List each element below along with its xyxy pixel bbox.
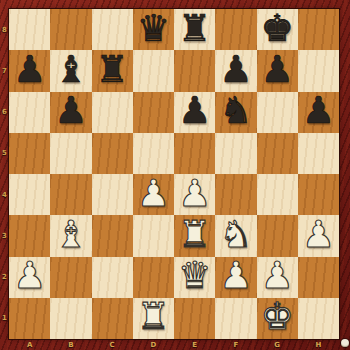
square-h7[interactable]: [298, 50, 339, 91]
square-f2[interactable]: ♟: [215, 257, 256, 298]
file-label-d: D: [133, 339, 174, 350]
piece-white-pawn[interactable]: ♟: [219, 257, 252, 294]
piece-black-pawn[interactable]: ♟: [302, 92, 335, 129]
square-d2[interactable]: [133, 257, 174, 298]
square-d7[interactable]: [133, 50, 174, 91]
square-a4[interactable]: [9, 174, 50, 215]
board-frame: 87654321 ♛♜♚♟♝♜♟♟♟♟♞♟♟♟♝♜♞♟♟♛♟♟♜♚ ABCDEF…: [0, 0, 350, 350]
rank-label-3: 3: [0, 215, 9, 256]
piece-white-knight[interactable]: ♞: [219, 216, 252, 253]
piece-white-bishop[interactable]: ♝: [54, 216, 87, 253]
square-b4[interactable]: [50, 174, 91, 215]
piece-white-rook[interactable]: ♜: [137, 298, 170, 335]
rank-label-8: 8: [0, 9, 9, 50]
square-a7[interactable]: ♟: [9, 50, 50, 91]
chess-board[interactable]: ♛♜♚♟♝♜♟♟♟♟♞♟♟♟♝♜♞♟♟♛♟♟♜♚: [9, 9, 339, 339]
rank-label-7: 7: [0, 50, 9, 91]
square-g4[interactable]: [257, 174, 298, 215]
file-label-b: B: [50, 339, 91, 350]
square-f5[interactable]: [215, 133, 256, 174]
square-a3[interactable]: [9, 215, 50, 256]
square-g2[interactable]: ♟: [257, 257, 298, 298]
square-f3[interactable]: ♞: [215, 215, 256, 256]
piece-black-rook[interactable]: ♜: [178, 10, 211, 47]
square-e1[interactable]: [174, 298, 215, 339]
file-label-c: C: [92, 339, 133, 350]
piece-black-pawn[interactable]: ♟: [219, 51, 252, 88]
square-f1[interactable]: [215, 298, 256, 339]
square-b5[interactable]: [50, 133, 91, 174]
square-c1[interactable]: [92, 298, 133, 339]
square-f7[interactable]: ♟: [215, 50, 256, 91]
square-f4[interactable]: [215, 174, 256, 215]
piece-black-king[interactable]: ♚: [261, 10, 294, 47]
square-c4[interactable]: [92, 174, 133, 215]
square-a8[interactable]: [9, 9, 50, 50]
square-e3[interactable]: ♜: [174, 215, 215, 256]
file-label-h: H: [298, 339, 339, 350]
square-h3[interactable]: ♟: [298, 215, 339, 256]
square-g8[interactable]: ♚: [257, 9, 298, 50]
square-e5[interactable]: [174, 133, 215, 174]
rank-label-6: 6: [0, 92, 9, 133]
square-c8[interactable]: [92, 9, 133, 50]
rank-label-4: 4: [0, 174, 9, 215]
piece-white-pawn[interactable]: ♟: [13, 257, 46, 294]
piece-white-pawn[interactable]: ♟: [137, 175, 170, 212]
square-h8[interactable]: [298, 9, 339, 50]
square-g5[interactable]: [257, 133, 298, 174]
square-d8[interactable]: ♛: [133, 9, 174, 50]
square-e7[interactable]: [174, 50, 215, 91]
square-b7[interactable]: ♝: [50, 50, 91, 91]
rank-label-2: 2: [0, 257, 9, 298]
square-f6[interactable]: ♞: [215, 92, 256, 133]
square-a6[interactable]: [9, 92, 50, 133]
square-e4[interactable]: ♟: [174, 174, 215, 215]
square-g7[interactable]: ♟: [257, 50, 298, 91]
piece-black-pawn[interactable]: ♟: [178, 92, 211, 129]
side-to-move-indicator: [341, 339, 349, 347]
square-g3[interactable]: [257, 215, 298, 256]
file-label-e: E: [174, 339, 215, 350]
square-c2[interactable]: [92, 257, 133, 298]
piece-white-queen[interactable]: ♛: [178, 257, 211, 294]
square-h6[interactable]: ♟: [298, 92, 339, 133]
square-c3[interactable]: [92, 215, 133, 256]
square-e8[interactable]: ♜: [174, 9, 215, 50]
square-d1[interactable]: ♜: [133, 298, 174, 339]
square-c7[interactable]: ♜: [92, 50, 133, 91]
rank-labels: 87654321: [0, 9, 9, 339]
square-e2[interactable]: ♛: [174, 257, 215, 298]
square-d3[interactable]: [133, 215, 174, 256]
piece-black-pawn[interactable]: ♟: [13, 51, 46, 88]
square-b6[interactable]: ♟: [50, 92, 91, 133]
square-d4[interactable]: ♟: [133, 174, 174, 215]
square-c6[interactable]: [92, 92, 133, 133]
file-label-g: G: [257, 339, 298, 350]
square-f8[interactable]: [215, 9, 256, 50]
piece-black-rook[interactable]: ♜: [96, 51, 129, 88]
square-a1[interactable]: [9, 298, 50, 339]
square-c5[interactable]: [92, 133, 133, 174]
piece-white-rook[interactable]: ♜: [178, 216, 211, 253]
square-d5[interactable]: [133, 133, 174, 174]
piece-black-pawn[interactable]: ♟: [54, 92, 87, 129]
square-b3[interactable]: ♝: [50, 215, 91, 256]
square-a5[interactable]: [9, 133, 50, 174]
file-label-a: A: [9, 339, 50, 350]
square-h4[interactable]: [298, 174, 339, 215]
piece-white-pawn[interactable]: ♟: [302, 216, 335, 253]
piece-black-pawn[interactable]: ♟: [261, 51, 294, 88]
square-d6[interactable]: [133, 92, 174, 133]
square-g6[interactable]: [257, 92, 298, 133]
piece-white-pawn[interactable]: ♟: [178, 175, 211, 212]
rank-label-5: 5: [0, 133, 9, 174]
square-h1[interactable]: [298, 298, 339, 339]
square-h2[interactable]: [298, 257, 339, 298]
file-label-f: F: [215, 339, 256, 350]
piece-black-bishop[interactable]: ♝: [54, 51, 87, 88]
square-h5[interactable]: [298, 133, 339, 174]
rank-label-1: 1: [0, 298, 9, 339]
file-labels: ABCDEFGH: [9, 339, 339, 350]
square-a2[interactable]: ♟: [9, 257, 50, 298]
square-b8[interactable]: [50, 9, 91, 50]
square-b2[interactable]: [50, 257, 91, 298]
piece-black-knight[interactable]: ♞: [219, 92, 252, 129]
piece-black-queen[interactable]: ♛: [137, 10, 170, 47]
piece-white-pawn[interactable]: ♟: [261, 257, 294, 294]
square-e6[interactable]: ♟: [174, 92, 215, 133]
square-b1[interactable]: [50, 298, 91, 339]
square-g1[interactable]: ♚: [257, 298, 298, 339]
piece-white-king[interactable]: ♚: [261, 298, 294, 335]
